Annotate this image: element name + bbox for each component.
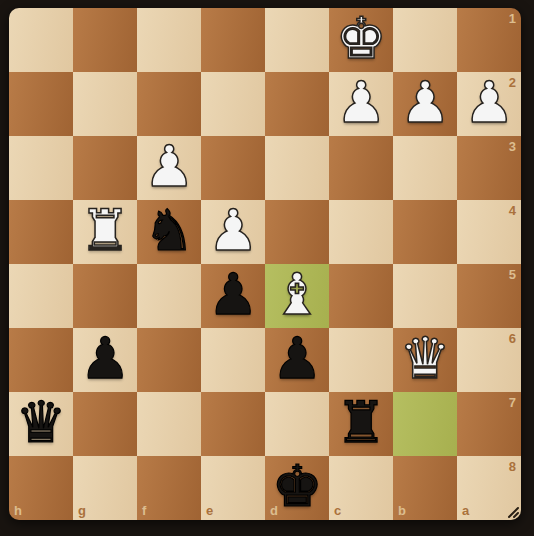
file-label-c: c [334,503,341,518]
black-pawn[interactable]: ♟ [271,326,322,390]
square-c1[interactable]: ♚ [329,8,393,72]
square-g5[interactable] [73,264,137,328]
square-h4[interactable] [9,200,73,264]
square-d8[interactable]: ♚d [265,456,329,520]
square-e7[interactable] [201,392,265,456]
square-b8[interactable]: b [393,456,457,520]
square-c8[interactable]: c [329,456,393,520]
rank-label-7: 7 [509,395,516,410]
square-a2[interactable]: ♟2 [457,72,521,136]
file-label-h: h [14,503,22,518]
square-g4[interactable]: ♜ [73,200,137,264]
white-king[interactable]: ♚ [335,8,386,70]
square-h5[interactable] [9,264,73,328]
file-label-e: e [206,503,213,518]
square-g3[interactable] [73,136,137,200]
square-e3[interactable] [201,136,265,200]
square-a4[interactable]: 4 [457,200,521,264]
square-d7[interactable] [265,392,329,456]
white-pawn[interactable]: ♟ [399,70,450,134]
square-f1[interactable] [137,8,201,72]
square-d6[interactable]: ♟ [265,328,329,392]
square-g8[interactable]: g [73,456,137,520]
square-f4[interactable]: ♞ [137,200,201,264]
white-rook[interactable]: ♜ [79,198,130,262]
square-h3[interactable] [9,136,73,200]
rank-label-6: 6 [509,331,516,346]
square-f3[interactable]: ♟ [137,136,201,200]
square-b3[interactable] [393,136,457,200]
square-f6[interactable] [137,328,201,392]
white-pawn[interactable]: ♟ [335,70,386,134]
square-e4[interactable]: ♟ [201,200,265,264]
square-b6[interactable]: ♛ [393,328,457,392]
square-c3[interactable] [329,136,393,200]
square-a5[interactable]: 5 [457,264,521,328]
square-e1[interactable] [201,8,265,72]
white-pawn[interactable]: ♟ [143,134,194,198]
file-label-g: g [78,503,86,518]
square-c6[interactable] [329,328,393,392]
square-b5[interactable] [393,264,457,328]
square-c7[interactable]: ♜ [329,392,393,456]
white-pawn[interactable]: ♟ [463,70,514,134]
rank-label-1: 1 [509,11,516,26]
rank-label-8: 8 [509,459,516,474]
resize-handle-icon[interactable] [504,503,520,519]
black-queen[interactable]: ♛ [15,390,66,454]
board-grid: ♚1♟♟♟2♟3♜♞♟4♟♝5♟♟♛6♛♜7hgfe♚dcb8a [9,8,521,520]
square-b7[interactable] [393,392,457,456]
black-rook[interactable]: ♜ [335,390,386,454]
white-pawn[interactable]: ♟ [207,198,258,262]
square-f7[interactable] [137,392,201,456]
square-f5[interactable] [137,264,201,328]
black-pawn[interactable]: ♟ [207,262,258,326]
square-d3[interactable] [265,136,329,200]
square-g7[interactable] [73,392,137,456]
square-c5[interactable] [329,264,393,328]
square-h1[interactable] [9,8,73,72]
black-pawn[interactable]: ♟ [79,326,130,390]
file-label-b: b [398,503,406,518]
rank-label-5: 5 [509,267,516,282]
square-d4[interactable] [265,200,329,264]
square-d1[interactable] [265,8,329,72]
square-a7[interactable]: 7 [457,392,521,456]
square-a3[interactable]: 3 [457,136,521,200]
square-h7[interactable]: ♛ [9,392,73,456]
square-g6[interactable]: ♟ [73,328,137,392]
rank-label-4: 4 [509,203,516,218]
chess-board: ♚1♟♟♟2♟3♜♞♟4♟♝5♟♟♛6♛♜7hgfe♚dcb8a [9,8,521,520]
square-e8[interactable]: e [201,456,265,520]
square-a6[interactable]: 6 [457,328,521,392]
white-queen[interactable]: ♛ [399,326,450,390]
square-d2[interactable] [265,72,329,136]
square-h6[interactable] [9,328,73,392]
black-knight[interactable]: ♞ [143,198,194,262]
square-h8[interactable]: h [9,456,73,520]
square-a1[interactable]: 1 [457,8,521,72]
square-c4[interactable] [329,200,393,264]
square-e5[interactable]: ♟ [201,264,265,328]
square-b4[interactable] [393,200,457,264]
square-b2[interactable]: ♟ [393,72,457,136]
file-label-f: f [142,503,146,518]
square-d5[interactable]: ♝ [265,264,329,328]
square-e2[interactable] [201,72,265,136]
white-bishop[interactable]: ♝ [271,262,322,326]
file-label-a: a [462,503,469,518]
square-f8[interactable]: f [137,456,201,520]
square-c2[interactable]: ♟ [329,72,393,136]
square-f2[interactable] [137,72,201,136]
rank-label-3: 3 [509,139,516,154]
square-h2[interactable] [9,72,73,136]
square-b1[interactable] [393,8,457,72]
square-g2[interactable] [73,72,137,136]
square-g1[interactable] [73,8,137,72]
square-e6[interactable] [201,328,265,392]
black-king[interactable]: ♚ [271,454,322,518]
